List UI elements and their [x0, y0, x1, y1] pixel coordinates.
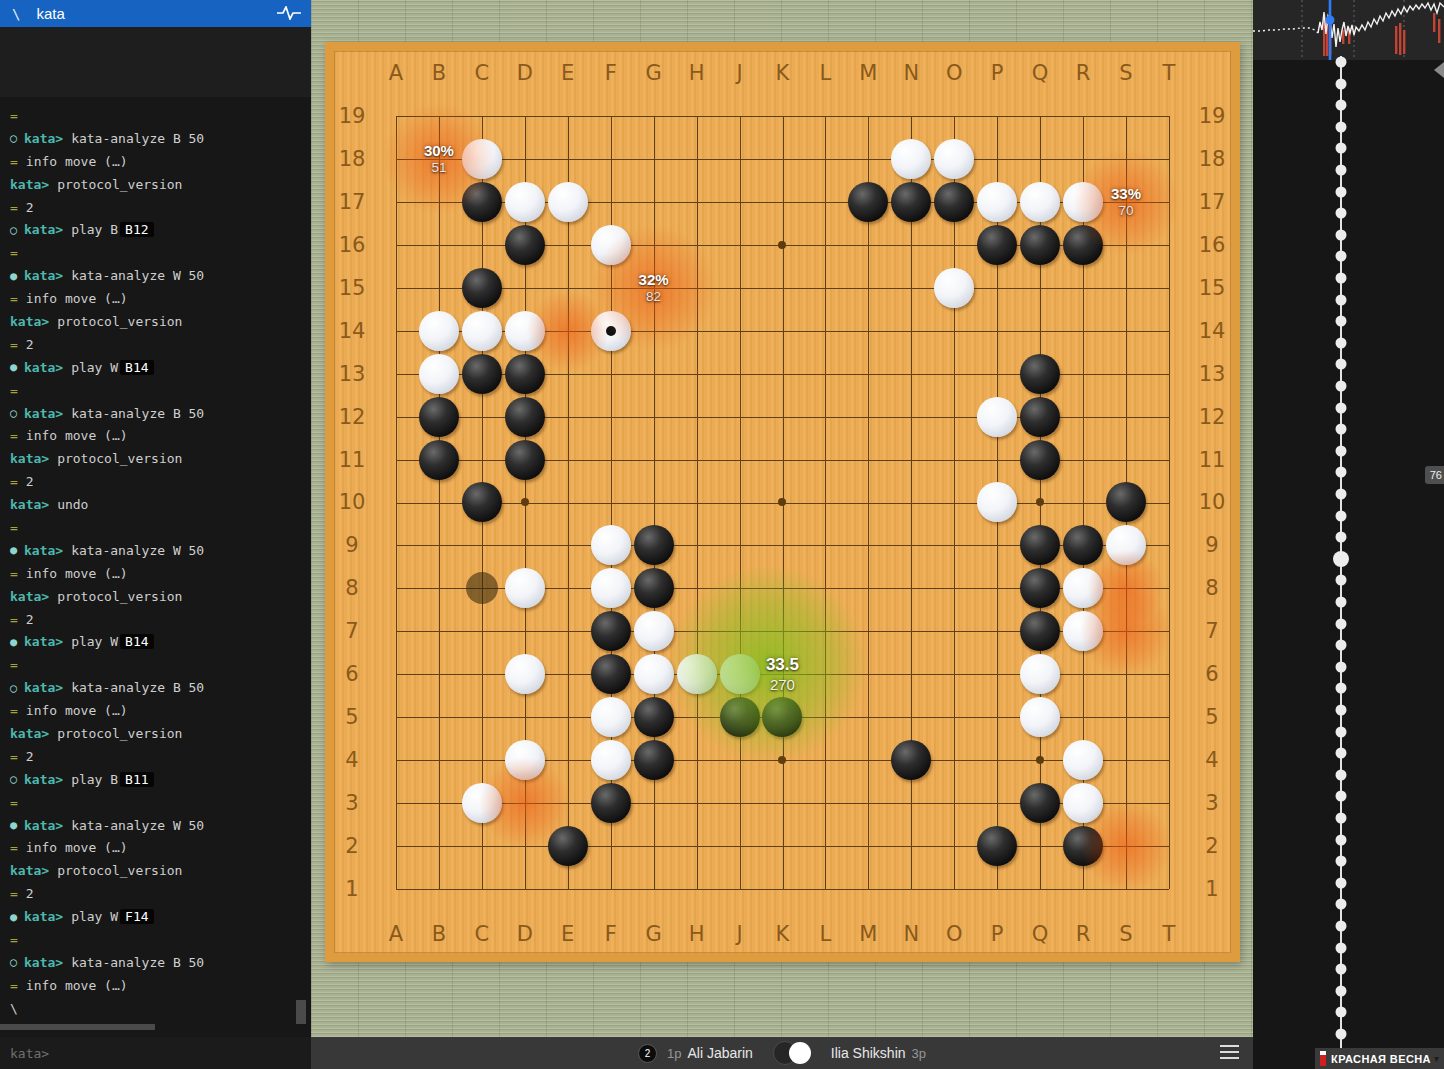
console-slash: \ — [12, 6, 20, 22]
stone-black-F6[interactable] — [591, 654, 631, 694]
black-move-icon: ● — [10, 818, 24, 832]
stone-white-D8[interactable] — [505, 568, 545, 608]
coord-left: 16 — [339, 233, 366, 257]
stone-white-F14[interactable] — [591, 311, 631, 351]
coord-right: 4 — [1205, 748, 1218, 772]
console-text: play B — [71, 772, 118, 787]
prompt-label: kata> — [10, 589, 49, 604]
stone-white-F16[interactable] — [591, 225, 631, 265]
prompt-label: kata> — [10, 863, 49, 878]
winrate-graph[interactable] — [1253, 0, 1444, 60]
stone-white-B14[interactable] — [419, 311, 459, 351]
console-text: kata-analyze B 50 — [71, 131, 204, 146]
prompt-label: kata> — [24, 818, 63, 833]
console-line: ○kata>kata-analyze B 50 — [0, 676, 311, 699]
tree-node[interactable] — [1336, 575, 1347, 586]
coord-top: T — [1162, 61, 1175, 85]
stone-black-G5[interactable] — [634, 697, 674, 737]
console-log[interactable]: =○kata>kata-analyze B 50=info move (…)ka… — [0, 104, 311, 1020]
stone-black-S10[interactable] — [1106, 482, 1146, 522]
star-point — [778, 498, 786, 506]
stone-black-N17[interactable] — [891, 182, 931, 222]
tree-node[interactable] — [1336, 597, 1347, 608]
tree-node-current[interactable] — [1333, 551, 1349, 567]
tree-node[interactable] — [1336, 985, 1347, 996]
console-line: ○kata>play BB12 — [0, 218, 311, 241]
grid-line-v — [954, 116, 955, 889]
coord-left: 2 — [345, 834, 358, 858]
coord-right: 19 — [1199, 104, 1226, 128]
coord-right: 2 — [1205, 834, 1218, 858]
coord-top: Q — [1032, 61, 1049, 85]
console-text: undo — [57, 497, 88, 512]
stone-white-Q17[interactable] — [1020, 182, 1060, 222]
coord-left: 13 — [339, 362, 366, 386]
tree-node[interactable] — [1336, 143, 1347, 154]
stone-white-Q6[interactable] — [1020, 654, 1060, 694]
console-text: play W — [71, 360, 118, 375]
stone-black-G4[interactable] — [634, 740, 674, 780]
tree-node[interactable] — [1336, 121, 1347, 132]
coord-top: F — [605, 61, 617, 85]
console-text: info move (…) — [26, 291, 128, 306]
tree-node[interactable] — [1336, 683, 1347, 694]
stone-black-Q3[interactable] — [1020, 783, 1060, 823]
console-text: \ — [10, 1001, 18, 1016]
move-number-badge: 76 — [1425, 466, 1444, 484]
stone-black-Q11[interactable] — [1020, 440, 1060, 480]
prompt-label: kata> — [24, 268, 63, 283]
white-move-icon: ○ — [10, 223, 24, 237]
stone-white-P10[interactable] — [977, 482, 1017, 522]
stone-black-D16[interactable] — [505, 225, 545, 265]
coord-right: 13 — [1199, 362, 1226, 386]
engine-tab-label[interactable]: kata — [36, 5, 64, 22]
stone-white-E17[interactable] — [548, 182, 588, 222]
white-move-icon: ○ — [10, 681, 24, 695]
stone-white-F4[interactable] — [591, 740, 631, 780]
gtp-console-panel: \ kata =○kata>kata-analyze B 50=info mov… — [0, 0, 311, 1069]
stone-white-S9[interactable] — [1106, 525, 1146, 565]
coord-bottom: O — [946, 922, 963, 946]
stone-white-O18[interactable] — [934, 139, 974, 179]
tree-node[interactable] — [1336, 424, 1347, 435]
stone-black-C17[interactable] — [462, 182, 502, 222]
coord-top: L — [820, 61, 832, 85]
black-move-icon: ● — [10, 635, 24, 649]
tree-node[interactable] — [1336, 316, 1347, 327]
stone-black-Q12[interactable] — [1020, 397, 1060, 437]
stone-white-D14[interactable] — [505, 311, 545, 351]
console-line: = — [0, 653, 311, 676]
coord-left: 8 — [345, 576, 358, 600]
tree-node[interactable] — [1336, 229, 1347, 240]
stone-black-R16[interactable] — [1063, 225, 1103, 265]
tree-node[interactable] — [1336, 337, 1347, 348]
stone-white-C18[interactable] — [462, 139, 502, 179]
stone-black-M17[interactable] — [848, 182, 888, 222]
stone-black-B12[interactable] — [419, 397, 459, 437]
stone-white-N18[interactable] — [891, 139, 931, 179]
stone-black-P2[interactable] — [977, 826, 1017, 866]
tree-node[interactable] — [1336, 769, 1347, 780]
player-bar: 2 1p Ali Jabarin Ilia Shikshin 3p — [311, 1037, 1253, 1069]
candidate-label-B18[interactable]: 30%51 — [424, 142, 454, 176]
tree-node[interactable] — [1336, 186, 1347, 197]
console-line: =info move (…) — [0, 562, 311, 585]
response-equals: = — [10, 108, 18, 123]
white-player-name: Ilia Shikshin — [831, 1045, 906, 1061]
console-text: protocol_version — [57, 314, 182, 329]
stone-black-C15[interactable] — [462, 268, 502, 308]
console-text: 2 — [26, 749, 34, 764]
white-player-rank: 3p — [912, 1046, 926, 1061]
coord-right: 1 — [1205, 877, 1218, 901]
coord-top: S — [1119, 61, 1132, 85]
stone-black-Q13[interactable] — [1020, 354, 1060, 394]
console-line: =2 — [0, 608, 311, 631]
tree-node[interactable] — [1336, 510, 1347, 521]
tree-node[interactable] — [1336, 748, 1347, 759]
coord-left: 14 — [339, 319, 366, 343]
console-line: \ — [0, 997, 311, 1020]
tree-node[interactable] — [1336, 1029, 1347, 1040]
coord-top: B — [432, 61, 446, 85]
stone-black-G8[interactable] — [634, 568, 674, 608]
coord-bottom: J — [736, 922, 742, 946]
response-equals: = — [10, 749, 18, 764]
console-line: kata>protocol_version — [0, 859, 311, 882]
prompt-label: kata> — [24, 543, 63, 558]
console-line: ○kata>play BB11 — [0, 768, 311, 791]
tree-node[interactable] — [1336, 294, 1347, 305]
candidate-visits: 70 — [1111, 203, 1141, 219]
coord-left: 1 — [345, 877, 358, 901]
stone-white-F5[interactable] — [591, 697, 631, 737]
tree-node[interactable] — [1336, 834, 1347, 845]
tree-node[interactable] — [1336, 726, 1347, 737]
prompt-label: kata> — [24, 955, 63, 970]
console-text: play W — [71, 909, 118, 924]
stone-black-P16[interactable] — [977, 225, 1017, 265]
coord-top: P — [991, 61, 1004, 85]
stone-white-C14[interactable] — [462, 311, 502, 351]
coord-bottom: F — [605, 922, 617, 946]
grid-line-h — [396, 846, 1169, 847]
console-header-space — [0, 27, 311, 97]
stone-white-R4[interactable] — [1063, 740, 1103, 780]
stone-black-C10[interactable] — [462, 482, 502, 522]
black-move-icon: ● — [10, 543, 24, 557]
console-text: play W — [71, 634, 118, 649]
stone-black-J5[interactable] — [720, 697, 760, 737]
stone-white-G7[interactable] — [634, 611, 674, 651]
stone-black-Q7[interactable] — [1020, 611, 1060, 651]
console-text: 2 — [26, 886, 34, 901]
console-line: ●kata>play WF14 — [0, 905, 311, 928]
stone-black-Q9[interactable] — [1020, 525, 1060, 565]
stone-white-R3[interactable] — [1063, 783, 1103, 823]
tree-node[interactable] — [1336, 57, 1347, 68]
stone-white-F8[interactable] — [591, 568, 631, 608]
stone-black-C13[interactable] — [462, 354, 502, 394]
grid-line-v — [868, 116, 869, 889]
coord-left: 5 — [345, 705, 358, 729]
stone-white-G6[interactable] — [634, 654, 674, 694]
tree-node[interactable] — [1336, 856, 1347, 867]
stone-white-P17[interactable] — [977, 182, 1017, 222]
response-equals: = — [10, 566, 18, 581]
response-equals: = — [10, 612, 18, 627]
response-equals: = — [10, 474, 18, 489]
stone-black-R2[interactable] — [1063, 826, 1103, 866]
stone-white-F9[interactable] — [591, 525, 631, 565]
coord-left: 10 — [339, 490, 366, 514]
turn-toggle[interactable] — [773, 1041, 811, 1065]
candidate-label-G15[interactable]: 32%82 — [639, 271, 669, 305]
coord-top: A — [389, 61, 403, 85]
graph-resize-handle-icon[interactable] — [1434, 62, 1444, 78]
coord-bottom: S — [1119, 922, 1132, 946]
tree-node[interactable] — [1336, 964, 1347, 975]
console-line: = — [0, 928, 311, 951]
console-text: kata-analyze B 50 — [71, 406, 204, 421]
console-line: =info move (…) — [0, 974, 311, 997]
coord-right: 14 — [1199, 319, 1226, 343]
coord-right: 12 — [1199, 405, 1226, 429]
stone-black-Q8[interactable] — [1020, 568, 1060, 608]
activity-pulse-icon — [277, 6, 301, 23]
stone-white-R17[interactable] — [1063, 182, 1103, 222]
star-point — [1036, 756, 1044, 764]
console-line: = — [0, 516, 311, 539]
stone-white-R7[interactable] — [1063, 611, 1103, 651]
console-text: kata-analyze W 50 — [71, 543, 204, 558]
tree-node[interactable] — [1336, 532, 1347, 543]
stone-black-Q16[interactable] — [1020, 225, 1060, 265]
coord-bottom: L — [820, 922, 832, 946]
stone-black-E2[interactable] — [548, 826, 588, 866]
console-text: kata-analyze B 50 — [71, 955, 204, 970]
coord-top: D — [517, 61, 533, 85]
coord-bottom: E — [561, 922, 574, 946]
console-line: =2 — [0, 196, 311, 219]
black-move-icon: ● — [10, 910, 24, 924]
coord-bottom: C — [475, 922, 490, 946]
tree-node[interactable] — [1336, 618, 1347, 629]
coord-left: 11 — [339, 448, 366, 472]
stone-black-F3[interactable] — [591, 783, 631, 823]
coord-bottom: M — [859, 922, 877, 946]
response-equals: = — [10, 383, 18, 398]
stone-black-G9[interactable] — [634, 525, 674, 565]
response-equals: = — [10, 978, 18, 993]
stone-white-J6[interactable] — [720, 654, 760, 694]
stone-black-B11[interactable] — [419, 440, 459, 480]
coord-top: M — [859, 61, 877, 85]
coord-right: 5 — [1205, 705, 1218, 729]
black-player-name: Ali Jabarin — [687, 1045, 752, 1061]
stone-white-C3[interactable] — [462, 783, 502, 823]
tree-node[interactable] — [1336, 877, 1347, 888]
sidebar-panel: 76 — [1253, 0, 1444, 1069]
response-equals: = — [10, 795, 18, 810]
tree-node[interactable] — [1336, 381, 1347, 392]
tree-node[interactable] — [1336, 78, 1347, 89]
prompt-label: kata> — [10, 451, 49, 466]
star-point — [1036, 498, 1044, 506]
last-move-marker — [606, 326, 616, 336]
coord-left: 6 — [345, 662, 358, 686]
tree-node[interactable] — [1336, 640, 1347, 651]
console-line: ○kata>kata-analyze B 50 — [0, 127, 311, 150]
prompt-label: kata> — [10, 314, 49, 329]
response-equals: = — [10, 840, 18, 855]
console-line: = — [0, 379, 311, 402]
tree-node[interactable] — [1336, 921, 1347, 932]
tree-node[interactable] — [1336, 1007, 1347, 1018]
stone-white-H6[interactable] — [677, 654, 717, 694]
stone-white-D17[interactable] — [505, 182, 545, 222]
prompt-label: kata> — [10, 177, 49, 192]
tree-node[interactable] — [1336, 899, 1347, 910]
console-text: protocol_version — [57, 177, 182, 192]
stone-white-P12[interactable] — [977, 397, 1017, 437]
console-line: =info move (…) — [0, 287, 311, 310]
console-text: info move (…) — [26, 428, 128, 443]
response-equals: = — [10, 932, 18, 947]
coord-right: 6 — [1205, 662, 1218, 686]
white-move-icon: ○ — [10, 955, 24, 969]
tree-node[interactable] — [1336, 359, 1347, 370]
candidate-winrate: 30% — [424, 142, 454, 160]
vertical-scrollbar[interactable] — [296, 1000, 306, 1024]
coord-top: O — [946, 61, 963, 85]
tree-node[interactable] — [1336, 273, 1347, 284]
stone-white-D4[interactable] — [505, 740, 545, 780]
prompt-label: kata> — [24, 772, 63, 787]
prompt-label: kata> — [24, 360, 63, 375]
stone-white-B13[interactable] — [419, 354, 459, 394]
console-line: =2 — [0, 882, 311, 905]
coord-top: R — [1076, 61, 1091, 85]
candidate-visits: 51 — [424, 160, 454, 176]
response-equals: = — [10, 200, 18, 215]
coord-bottom: N — [903, 922, 919, 946]
black-player-rank: 1p — [667, 1046, 681, 1061]
stone-black-D12[interactable] — [505, 397, 545, 437]
console-line: =info move (…) — [0, 837, 311, 860]
coord-top: E — [561, 61, 574, 85]
console-text: info move (…) — [26, 840, 128, 855]
stone-black-K5[interactable] — [762, 697, 802, 737]
console-text: protocol_version — [57, 863, 182, 878]
white-move-icon: ○ — [10, 772, 24, 786]
stone-black-N4[interactable] — [891, 740, 931, 780]
candidate-winrate: 33% — [1111, 185, 1141, 203]
vertex-tag: B14 — [120, 360, 153, 375]
tree-node[interactable] — [1336, 942, 1347, 953]
coord-bottom: Q — [1032, 922, 1049, 946]
tree-node[interactable] — [1336, 208, 1347, 219]
coord-bottom: T — [1162, 922, 1175, 946]
coord-top: J — [736, 61, 742, 85]
console-text: protocol_version — [57, 726, 182, 741]
coord-left: 18 — [339, 147, 366, 171]
console-text: kata-analyze W 50 — [71, 268, 204, 283]
tree-node[interactable] — [1336, 661, 1347, 672]
prompt-label: kata> — [10, 726, 49, 741]
prompt-label: kata> — [24, 222, 63, 237]
coord-right: 8 — [1205, 576, 1218, 600]
stone-white-D6[interactable] — [505, 654, 545, 694]
tree-node[interactable] — [1336, 251, 1347, 262]
stone-black-R9[interactable] — [1063, 525, 1103, 565]
coord-right: 3 — [1205, 791, 1218, 815]
tree-node[interactable] — [1336, 402, 1347, 413]
console-line: = — [0, 104, 311, 127]
stone-black-D13[interactable] — [505, 354, 545, 394]
candidate-label-S17[interactable]: 33%70 — [1111, 185, 1141, 219]
console-line: =info move (…) — [0, 150, 311, 173]
console-line: = — [0, 241, 311, 264]
coord-left: 3 — [345, 791, 358, 815]
stone-white-Q5[interactable] — [1020, 697, 1060, 737]
response-equals: = — [10, 520, 18, 535]
stone-white-O15[interactable] — [934, 268, 974, 308]
console-line: ●kata>play WB14 — [0, 630, 311, 653]
tree-node[interactable] — [1336, 489, 1347, 500]
watermark-flag-icon — [1320, 1051, 1326, 1066]
coord-top: N — [903, 61, 919, 85]
response-equals: = — [10, 337, 18, 352]
hamburger-menu-button[interactable] — [1220, 1045, 1239, 1060]
tree-node[interactable] — [1336, 100, 1347, 111]
coord-right: 15 — [1199, 276, 1226, 300]
star-point — [778, 241, 786, 249]
tree-node[interactable] — [1336, 813, 1347, 824]
coord-top: H — [689, 61, 705, 85]
star-point — [521, 498, 529, 506]
console-line: ○kata>kata-analyze B 50 — [0, 402, 311, 425]
tree-node[interactable] — [1336, 467, 1347, 478]
stone-white-R8[interactable] — [1063, 568, 1103, 608]
coord-left: 17 — [339, 190, 366, 214]
console-input[interactable]: kata> — [0, 1037, 311, 1069]
console-line: kata>protocol_version — [0, 447, 311, 470]
app-window: \ kata =○kata>kata-analyze B 50=info mov… — [0, 0, 1444, 1069]
candidate-label-K6[interactable]: 33.5270 — [766, 655, 799, 693]
stone-black-F7[interactable] — [591, 611, 631, 651]
tree-node[interactable] — [1336, 705, 1347, 716]
grid-line-v — [1169, 116, 1170, 889]
coord-right: 18 — [1199, 147, 1226, 171]
site-watermark: КРАСНАЯ ВЕСНА ▾ — [1315, 1048, 1444, 1069]
tree-node[interactable] — [1336, 791, 1347, 802]
console-line: ●kata>kata-analyze W 50 — [0, 539, 311, 562]
stone-black-D11[interactable] — [505, 440, 545, 480]
coord-bottom: A — [389, 922, 403, 946]
tree-node[interactable] — [1336, 165, 1347, 176]
horizontal-scrollbar[interactable] — [0, 1024, 155, 1030]
console-text: 2 — [26, 474, 34, 489]
console-tab-bar[interactable]: \ kata — [0, 0, 311, 27]
tree-node[interactable] — [1336, 445, 1347, 456]
coord-bottom: G — [645, 922, 661, 946]
stone-black-O17[interactable] — [934, 182, 974, 222]
console-line: kata>protocol_version — [0, 722, 311, 745]
console-line: ●kata>kata-analyze W 50 — [0, 814, 311, 837]
